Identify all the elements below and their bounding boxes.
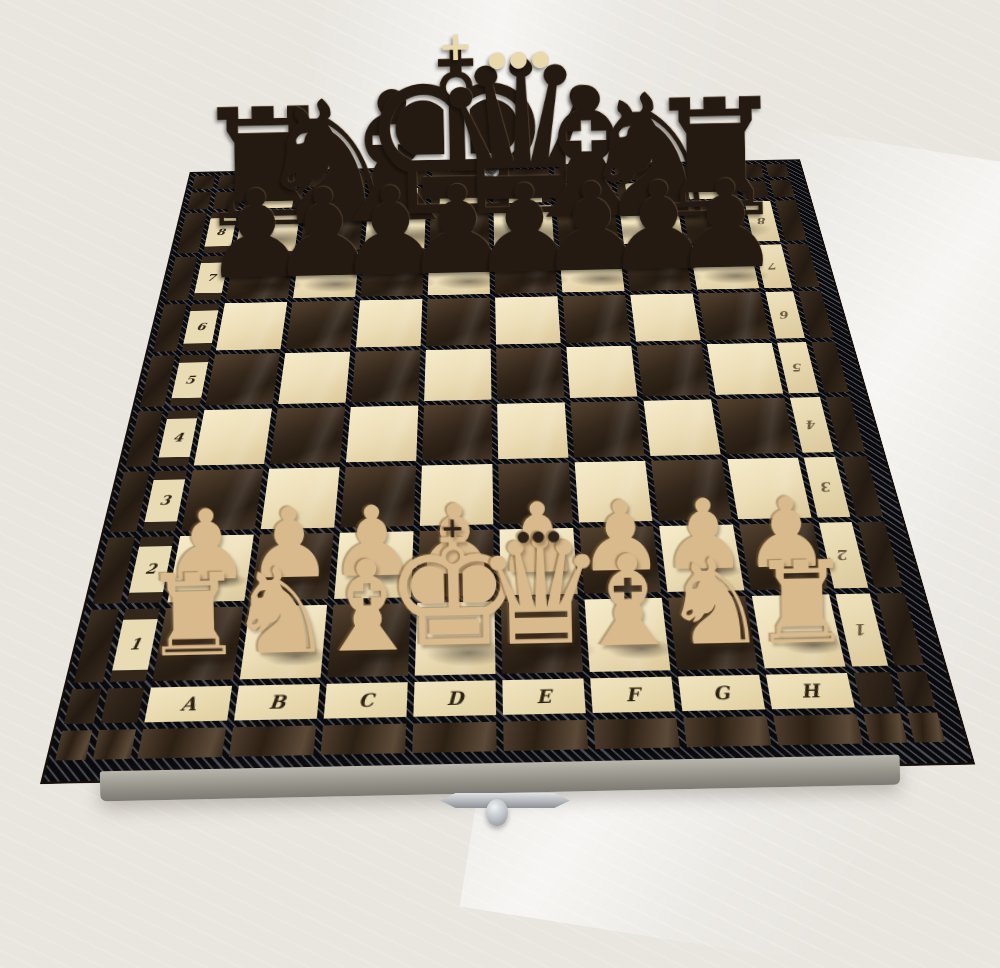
square-c8[interactable] — [364, 208, 425, 250]
top-border-cell — [306, 189, 365, 207]
square-h6[interactable] — [698, 292, 771, 340]
frame-cell — [192, 176, 215, 190]
piece-glyph: ♜ — [750, 548, 854, 658]
top-border-cell — [616, 182, 676, 200]
square-sheen — [216, 302, 287, 350]
rank-label-text-rotated: 6 — [779, 309, 791, 321]
square-a8[interactable] — [235, 211, 301, 253]
square-b7[interactable] — [293, 253, 359, 298]
top-border-cell — [431, 186, 489, 204]
table-surface: { "game": "chess", "position": { "fen": … — [0, 0, 1000, 968]
square-f7[interactable] — [559, 248, 624, 293]
square-sheen — [682, 201, 749, 242]
square-e7[interactable] — [494, 249, 557, 294]
square-sheen — [364, 208, 425, 250]
square-sheen — [293, 253, 359, 298]
square-d8[interactable] — [429, 207, 489, 249]
square-e8[interactable] — [493, 205, 554, 247]
frame-cell — [370, 171, 427, 186]
square-a6[interactable] — [216, 302, 287, 350]
frame-cell — [431, 170, 488, 185]
square-sheen — [637, 344, 711, 396]
square-h5[interactable] — [707, 343, 783, 395]
square-d7[interactable] — [428, 250, 490, 295]
square-c6[interactable] — [356, 299, 422, 347]
square-a5[interactable] — [205, 353, 280, 405]
top-border-cell — [493, 185, 551, 203]
square-sheen — [278, 352, 350, 404]
frame-cell — [553, 167, 611, 182]
frame-cell — [187, 192, 212, 210]
photo-stage: 8877665544332211ABCDEFGH ♜♞♝♚+♛●●●♝♞♜♟♟♟… — [0, 0, 1000, 968]
square-sheen — [235, 211, 301, 253]
square-sheen — [556, 204, 619, 246]
square-f8[interactable] — [556, 204, 619, 246]
square-sheen — [205, 353, 280, 405]
clasp-knob-icon — [486, 799, 508, 826]
square-sheen — [495, 296, 561, 344]
square-sheen — [707, 343, 783, 395]
square-b5[interactable] — [278, 352, 350, 404]
square-b8[interactable] — [300, 209, 364, 251]
rank-label-text-rotated: 8 — [757, 216, 768, 226]
square-sheen — [429, 207, 489, 249]
square-sheen — [559, 248, 624, 293]
frame-cell — [765, 164, 789, 178]
square-sheen — [360, 252, 424, 297]
top-border-cell — [368, 188, 426, 206]
square-h7[interactable] — [689, 245, 759, 290]
square-sheen — [428, 250, 490, 295]
square-g6[interactable] — [630, 293, 701, 341]
square-sheen — [424, 349, 491, 401]
chessboard: 8877665544332211ABCDEFGH ♜♞♝♚+♛●●●♝♞♜♟♟♟… — [43, 160, 972, 782]
square-b6[interactable] — [286, 301, 355, 349]
top-border-cell — [678, 181, 739, 199]
square-d6[interactable] — [426, 298, 491, 346]
rank-label-text: 6 — [195, 321, 207, 333]
square-e5[interactable] — [496, 347, 564, 399]
frame-cell — [247, 174, 306, 189]
square-d5[interactable] — [424, 349, 491, 401]
white-rook-h1[interactable]: ♜ — [750, 548, 854, 658]
square-sheen — [356, 299, 422, 347]
square-sheen — [619, 203, 684, 244]
square-h8[interactable] — [682, 201, 749, 242]
square-sheen — [226, 255, 294, 300]
frame-cell — [736, 164, 764, 178]
square-g7[interactable] — [624, 246, 692, 291]
label-corner-cell — [740, 181, 770, 198]
rank-label-text-rotated: 5 — [791, 361, 804, 374]
frame-cell — [614, 166, 672, 181]
label-corner-cell — [213, 192, 242, 210]
rank-label-text: 8 — [215, 227, 226, 237]
top-border-cell — [243, 190, 303, 208]
frame-cell — [309, 172, 367, 187]
square-sheen — [689, 245, 759, 290]
top-border-cell — [555, 184, 614, 202]
square-sheen — [494, 249, 557, 294]
rank-label-text-rotated: 7 — [767, 260, 778, 271]
square-f6[interactable] — [563, 295, 631, 343]
square-c7[interactable] — [360, 252, 424, 297]
square-sheen — [630, 293, 701, 341]
square-sheen — [351, 350, 420, 402]
square-sheen — [563, 295, 631, 343]
square-sheen — [286, 301, 355, 349]
square-g8[interactable] — [619, 203, 684, 244]
square-e6[interactable] — [495, 296, 561, 344]
square-sheen — [300, 209, 364, 251]
square-c5[interactable] — [351, 350, 420, 402]
square-sheen — [493, 205, 554, 247]
frame-cell — [675, 165, 734, 180]
rank-label-text: 5 — [184, 373, 196, 386]
square-a7[interactable] — [226, 255, 294, 300]
square-f5[interactable] — [566, 346, 637, 398]
square-sheen — [426, 298, 491, 346]
square-g5[interactable] — [637, 344, 711, 396]
square-sheen — [698, 292, 771, 340]
frame-cell — [217, 175, 245, 189]
square-sheen — [496, 347, 564, 399]
frame-cell — [493, 169, 550, 184]
square-sheen — [624, 246, 692, 291]
square-sheen — [566, 346, 637, 398]
king-cross-finial: + — [440, 513, 464, 542]
queen-orb-finials: ●●● — [517, 528, 563, 544]
rank-label-text: 7 — [206, 272, 217, 283]
frame-cell — [770, 180, 795, 197]
